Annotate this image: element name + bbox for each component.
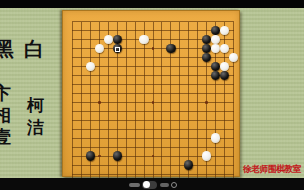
grid-line-vertical xyxy=(161,22,162,178)
white-stone xyxy=(229,53,238,62)
grid-line-vertical xyxy=(81,22,82,178)
player-right-chip[interactable] xyxy=(160,183,169,187)
star-point xyxy=(98,155,101,158)
player-dot-icon[interactable] xyxy=(171,182,177,188)
grid-line-horizontal xyxy=(72,138,233,139)
grid-line-vertical xyxy=(126,22,127,178)
star-point xyxy=(152,155,155,158)
grid-line-horizontal xyxy=(72,75,233,76)
channel-watermark: 徐老师围棋教室 xyxy=(243,163,301,176)
grid-line-horizontal xyxy=(72,30,233,31)
black-stone xyxy=(113,44,122,53)
grid-line-vertical xyxy=(188,22,189,178)
grid-line-vertical xyxy=(135,22,136,178)
grid-line-horizontal xyxy=(72,93,233,94)
white-stone xyxy=(220,44,229,53)
grid-line-vertical xyxy=(72,22,73,178)
white-stone xyxy=(139,35,148,44)
player-left-chip[interactable] xyxy=(129,183,140,187)
black-stone xyxy=(113,151,122,160)
black-stone xyxy=(86,151,95,160)
black-stone xyxy=(220,71,229,80)
star-point xyxy=(205,101,208,104)
star-point xyxy=(152,101,155,104)
white-stone xyxy=(220,26,229,35)
grid-line-horizontal xyxy=(72,147,233,148)
black-stone xyxy=(202,53,211,62)
white-stone xyxy=(202,151,211,160)
white-stone xyxy=(211,133,220,142)
grid-line-vertical xyxy=(144,22,145,178)
black-stone xyxy=(113,35,122,44)
white-stone xyxy=(211,35,220,44)
grid-line-horizontal xyxy=(72,111,233,112)
grid-line-horizontal xyxy=(72,129,233,130)
black-stone xyxy=(211,62,220,71)
white-player-name: 柯洁 xyxy=(27,94,44,138)
white-stone xyxy=(211,44,220,53)
grid-line-vertical xyxy=(179,22,180,178)
grid-line-vertical xyxy=(197,22,198,178)
black-player-label: 黑 xyxy=(0,36,14,63)
last-move-marker xyxy=(115,47,120,52)
white-player-label: 白 xyxy=(24,36,44,63)
grid-line-vertical xyxy=(233,22,234,178)
star-point xyxy=(98,101,101,104)
star-point xyxy=(152,47,155,50)
white-stone xyxy=(104,35,113,44)
white-stone xyxy=(95,44,104,53)
tatami-background: 黑 白 卞相壹 柯洁 徐老师围棋教室 xyxy=(0,8,304,178)
grid-line-vertical xyxy=(108,22,109,178)
go-board[interactable] xyxy=(62,10,240,177)
player-control-bar[interactable] xyxy=(0,178,304,190)
letterbox-top xyxy=(0,0,304,8)
black-stone xyxy=(202,35,211,44)
black-player-name: 卞相壹 xyxy=(0,82,11,148)
black-stone xyxy=(211,71,220,80)
black-stone xyxy=(202,44,211,53)
grid-line-horizontal xyxy=(72,120,233,121)
white-stone xyxy=(86,62,95,71)
video-frame[interactable]: 黑 白 卞相壹 柯洁 徐老师围棋教室 xyxy=(0,0,304,190)
black-stone xyxy=(184,160,193,169)
black-stone xyxy=(166,44,175,53)
grid-line-horizontal xyxy=(72,21,233,22)
grid-line-horizontal xyxy=(72,165,233,166)
white-stone xyxy=(220,62,229,71)
grid-line-horizontal xyxy=(72,174,233,175)
grid-line-horizontal xyxy=(72,66,233,67)
black-stone xyxy=(211,26,220,35)
grid-line-horizontal xyxy=(72,84,233,85)
